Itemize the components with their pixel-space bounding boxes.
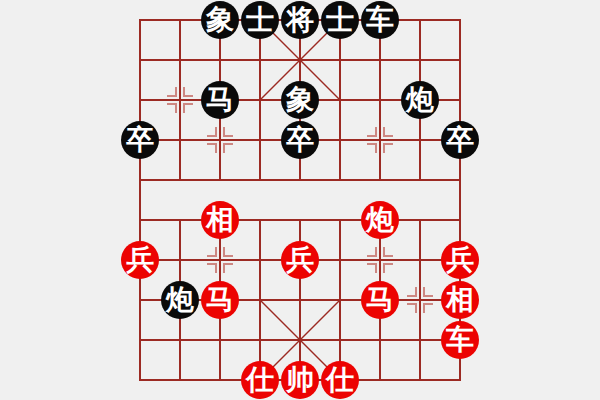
piece-black-general[interactable]: 将 xyxy=(281,1,319,39)
piece-black-cannon[interactable]: 炮 xyxy=(401,81,439,119)
piece-red-elephant[interactable]: 相 xyxy=(201,201,239,239)
piece-red-soldier[interactable]: 兵 xyxy=(441,241,479,279)
point-marker-bracket xyxy=(423,303,433,313)
point-marker-bracket xyxy=(223,143,233,153)
point-marker-bracket xyxy=(367,127,377,137)
piece-black-soldier[interactable]: 卒 xyxy=(121,121,159,159)
piece-black-elephant[interactable]: 象 xyxy=(201,1,239,39)
piece-red-advisor[interactable]: 仕 xyxy=(321,361,359,399)
piece-black-advisor[interactable]: 士 xyxy=(241,1,279,39)
point-marker-bracket xyxy=(183,103,193,113)
point-marker-bracket xyxy=(383,127,393,137)
piece-red-cannon[interactable]: 炮 xyxy=(361,201,399,239)
point-marker-bracket xyxy=(383,143,393,153)
piece-red-horse[interactable]: 马 xyxy=(201,281,239,319)
piece-red-chariot[interactable]: 车 xyxy=(441,321,479,359)
point-marker-bracket xyxy=(207,263,217,273)
point-marker-bracket xyxy=(423,287,433,297)
point-marker-bracket xyxy=(367,247,377,257)
point-marker xyxy=(207,127,233,153)
point-marker-bracket xyxy=(407,303,417,313)
piece-black-soldier[interactable]: 卒 xyxy=(441,121,479,159)
point-marker-bracket xyxy=(207,127,217,137)
piece-black-chariot[interactable]: 车 xyxy=(361,1,399,39)
point-marker-bracket xyxy=(223,263,233,273)
piece-red-soldier[interactable]: 兵 xyxy=(281,241,319,279)
point-marker-bracket xyxy=(183,87,193,97)
point-marker-bracket xyxy=(167,87,177,97)
piece-black-cannon[interactable]: 炮 xyxy=(161,281,199,319)
point-marker-bracket xyxy=(223,247,233,257)
point-marker xyxy=(367,247,393,273)
piece-black-horse[interactable]: 马 xyxy=(201,81,239,119)
piece-red-elephant[interactable]: 相 xyxy=(441,281,479,319)
piece-red-horse[interactable]: 马 xyxy=(361,281,399,319)
point-marker-bracket xyxy=(383,247,393,257)
piece-red-soldier[interactable]: 兵 xyxy=(121,241,159,279)
point-marker-bracket xyxy=(383,263,393,273)
piece-black-advisor[interactable]: 士 xyxy=(321,1,359,39)
point-marker-bracket xyxy=(223,127,233,137)
piece-black-soldier[interactable]: 卒 xyxy=(281,121,319,159)
point-marker-bracket xyxy=(407,287,417,297)
point-marker-bracket xyxy=(367,143,377,153)
point-marker-bracket xyxy=(207,143,217,153)
point-marker xyxy=(407,287,433,313)
point-marker-bracket xyxy=(167,103,177,113)
xiangqi-board: 象士将士车马象炮卒卒卒相炮兵兵兵炮马马相车仕帅仕 xyxy=(120,0,480,400)
point-marker xyxy=(367,127,393,153)
point-marker-bracket xyxy=(367,263,377,273)
point-marker xyxy=(207,247,233,273)
xiangqi-screenshot: 象士将士车马象炮卒卒卒相炮兵兵兵炮马马相车仕帅仕 xyxy=(0,0,600,400)
piece-black-elephant[interactable]: 象 xyxy=(281,81,319,119)
piece-red-advisor[interactable]: 仕 xyxy=(241,361,279,399)
point-marker xyxy=(167,87,193,113)
piece-red-general[interactable]: 帅 xyxy=(281,361,319,399)
point-marker-bracket xyxy=(207,247,217,257)
